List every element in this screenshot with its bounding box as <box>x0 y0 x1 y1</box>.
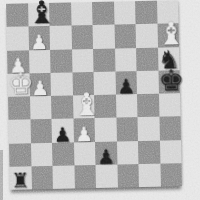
board-square <box>138 140 160 164</box>
board-square <box>136 24 158 48</box>
board-square <box>51 72 73 96</box>
board-square <box>114 1 136 25</box>
board-square <box>9 120 31 144</box>
board-square <box>93 48 115 72</box>
board-frame-edge <box>0 150 3 200</box>
board-square <box>50 49 72 73</box>
board-square <box>92 2 114 26</box>
black-bishop[interactable]: ♝ <box>27 0 49 29</box>
board-square <box>93 25 115 49</box>
black-pawn[interactable]: ♟ <box>115 76 137 96</box>
board-square <box>137 94 159 118</box>
board-square <box>115 48 137 72</box>
white-pawn[interactable]: ♟ <box>29 78 51 98</box>
board-square <box>30 119 52 143</box>
white-bishop[interactable]: ♝ <box>72 89 94 120</box>
board-square <box>71 25 93 49</box>
chess-board: ♝♟♝♟♞♚♟♟♚♝♟♟♟♜ <box>6 0 182 190</box>
chess-photo: ♝♟♝♟♞♚♟♟♚♝♟♟♟♜ <box>0 0 200 200</box>
board-square <box>9 143 31 167</box>
black-pawn[interactable]: ♟ <box>52 124 74 144</box>
board-square <box>51 95 73 119</box>
board-square <box>116 141 138 165</box>
board-square <box>114 24 136 48</box>
white-pawn[interactable]: ♟ <box>28 31 50 51</box>
board-square <box>6 3 28 27</box>
black-king[interactable]: ♚ <box>158 66 180 95</box>
board-square <box>136 47 158 71</box>
board-square <box>160 163 182 187</box>
board-square <box>137 117 159 141</box>
board-square <box>159 140 181 164</box>
board-square <box>74 165 96 189</box>
board-square <box>138 163 160 187</box>
board-square <box>71 2 93 26</box>
board-square <box>7 27 29 51</box>
board-square <box>72 49 94 73</box>
board-square <box>137 70 159 94</box>
black-rook[interactable]: ♜ <box>10 170 32 191</box>
board-square <box>117 164 139 188</box>
board-square <box>30 142 52 166</box>
board-square <box>52 165 74 189</box>
board-square <box>116 117 138 141</box>
white-king[interactable]: ♚ <box>7 69 29 98</box>
black-pawn[interactable]: ♟ <box>95 146 117 166</box>
white-pawn[interactable]: ♟ <box>73 123 95 143</box>
board-square <box>135 1 157 25</box>
board-square <box>31 166 53 190</box>
board-square <box>159 116 181 140</box>
